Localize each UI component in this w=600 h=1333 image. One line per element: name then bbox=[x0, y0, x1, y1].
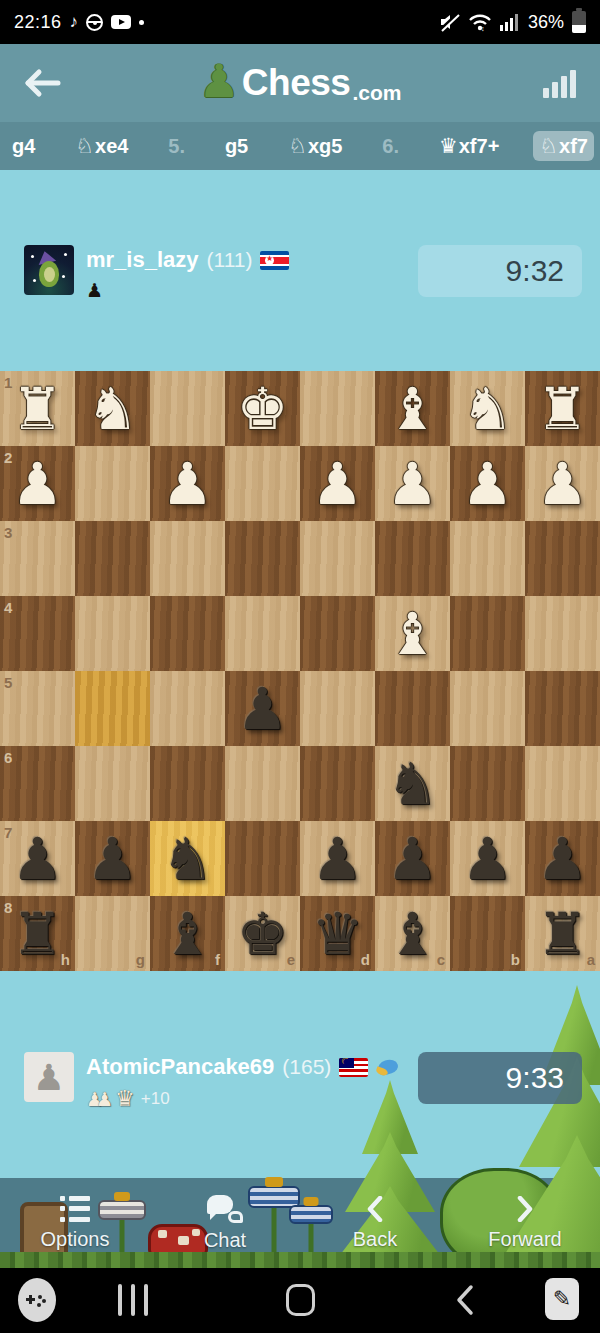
file-label: h bbox=[61, 952, 70, 967]
malaysia-flag-icon bbox=[339, 1058, 368, 1077]
back-label: Back bbox=[353, 1228, 397, 1251]
youtube-icon bbox=[111, 15, 131, 29]
material-advantage: +10 bbox=[141, 1089, 170, 1109]
file-label: a bbox=[587, 952, 595, 967]
square-g1[interactable]: ♞ bbox=[75, 371, 150, 446]
square-b1[interactable]: ♞ bbox=[450, 371, 525, 446]
chat-label: Chat bbox=[204, 1229, 246, 1252]
wifi-icon: ↕ bbox=[468, 12, 492, 32]
square-b2[interactable]: ♟ bbox=[450, 446, 525, 521]
square-e7[interactable] bbox=[225, 821, 300, 896]
white-bishop-c1: ♝ bbox=[375, 371, 450, 446]
signal-icon bbox=[500, 12, 520, 32]
player-top-rating: (111) bbox=[207, 248, 253, 272]
square-e8[interactable]: e♚ bbox=[225, 896, 300, 971]
battery-percent: 36% bbox=[528, 12, 564, 33]
player-bottom-name[interactable]: AtomicPancake69 bbox=[86, 1054, 274, 1080]
square-h2[interactable]: 2♟ bbox=[0, 446, 75, 521]
options-label: Options bbox=[41, 1228, 110, 1251]
square-b3[interactable] bbox=[450, 521, 525, 596]
file-label: f bbox=[215, 952, 220, 967]
square-h8[interactable]: 8h♜ bbox=[0, 896, 75, 971]
square-c3[interactable] bbox=[375, 521, 450, 596]
square-g6[interactable] bbox=[75, 746, 150, 821]
player-top-clock: 9:32 bbox=[418, 245, 582, 297]
black-pawn-b7: ♟ bbox=[450, 821, 525, 896]
game-action-bar: Options Chat Back Forward bbox=[0, 1178, 600, 1268]
square-c1[interactable]: ♝ bbox=[375, 371, 450, 446]
square-e1[interactable]: ♚ bbox=[225, 371, 300, 446]
square-f4[interactable] bbox=[150, 596, 225, 671]
options-button[interactable]: Options bbox=[0, 1196, 150, 1251]
square-h4[interactable]: 4 bbox=[0, 596, 75, 671]
square-d6[interactable] bbox=[300, 746, 375, 821]
pokeball-icon bbox=[86, 14, 103, 31]
tiktok-icon: ♪ bbox=[70, 12, 79, 32]
square-g8[interactable]: g bbox=[75, 896, 150, 971]
forward-label: Forward bbox=[488, 1228, 561, 1251]
file-label: b bbox=[511, 952, 520, 967]
square-c6[interactable]: ♞ bbox=[375, 746, 450, 821]
move-back-button[interactable]: Back bbox=[300, 1196, 450, 1251]
player-top-captured: ♟ bbox=[86, 281, 103, 300]
black-knight-f7: ♞ bbox=[150, 821, 225, 896]
status-bar: 22:16 ♪ ↕ 36% bbox=[0, 0, 600, 44]
square-c2[interactable]: ♟ bbox=[375, 446, 450, 521]
game-booster-icon[interactable] bbox=[18, 1278, 56, 1322]
white-pawn-c2: ♟ bbox=[375, 446, 450, 521]
square-f7[interactable]: ♞ bbox=[150, 821, 225, 896]
black-bishop-f8: ♝ bbox=[150, 896, 225, 971]
white-pawn-f2: ♟ bbox=[150, 446, 225, 521]
rank-label: 2 bbox=[4, 450, 12, 465]
white-king-e1: ♚ bbox=[225, 371, 300, 446]
move-forward-button[interactable]: Forward bbox=[450, 1196, 600, 1251]
move-number: 6. bbox=[376, 132, 405, 161]
white-pawn-b2: ♟ bbox=[450, 446, 525, 521]
square-c7[interactable]: ♟ bbox=[375, 821, 450, 896]
square-g4[interactable] bbox=[75, 596, 150, 671]
move-item[interactable]: ♛xf7+ bbox=[433, 131, 505, 161]
logo-suffix: .com bbox=[352, 81, 401, 105]
square-h7[interactable]: 7♟ bbox=[0, 821, 75, 896]
square-h6[interactable]: 6 bbox=[0, 746, 75, 821]
white-rook-a1: ♜ bbox=[525, 371, 600, 446]
player-top-row: mr_is_lazy (111) ♟ 9:32 bbox=[0, 245, 600, 315]
app-header: ♟ Chess .com bbox=[0, 44, 600, 122]
square-e5[interactable]: ♟ bbox=[225, 671, 300, 746]
move-number: 5. bbox=[162, 132, 191, 161]
square-h3[interactable]: 3 bbox=[0, 521, 75, 596]
avatar-mr-is-lazy[interactable] bbox=[24, 245, 74, 295]
rank-label: 8 bbox=[4, 900, 12, 915]
spen-shortcut-icon[interactable]: ✎ bbox=[545, 1278, 579, 1320]
move-item[interactable]: g4 bbox=[6, 132, 41, 161]
north-korea-flag-icon bbox=[260, 251, 289, 270]
rank-label: 7 bbox=[4, 825, 12, 840]
black-pawn-e5: ♟ bbox=[225, 671, 300, 746]
black-pawn-a7: ♟ bbox=[525, 821, 600, 896]
captured-piece: ♟ bbox=[86, 281, 103, 300]
options-list-icon bbox=[60, 1196, 90, 1222]
square-e3[interactable] bbox=[225, 521, 300, 596]
connection-bars-icon[interactable] bbox=[543, 70, 576, 98]
square-a4[interactable] bbox=[525, 596, 600, 671]
square-f2[interactable]: ♟ bbox=[150, 446, 225, 521]
player-bottom-rating: (165) bbox=[282, 1055, 331, 1079]
player-bottom-row: ♟ AtomicPancake69 (165) ♟♟♛+10 9:33 bbox=[0, 1052, 600, 1122]
mute-icon bbox=[438, 12, 460, 32]
black-knight-c6: ♞ bbox=[375, 746, 450, 821]
svg-text:↕: ↕ bbox=[481, 25, 485, 32]
captured-piece: ♟ bbox=[96, 1090, 113, 1109]
square-b7[interactable]: ♟ bbox=[450, 821, 525, 896]
recents-icon[interactable] bbox=[118, 1284, 148, 1316]
square-c4[interactable]: ♝ bbox=[375, 596, 450, 671]
player-bottom-clock: 9:33 bbox=[418, 1052, 582, 1104]
square-a8[interactable]: a♜ bbox=[525, 896, 600, 971]
move-item[interactable]: ♘xe4 bbox=[69, 131, 134, 161]
notification-dot-icon bbox=[139, 20, 144, 25]
white-knight-g1: ♞ bbox=[75, 371, 150, 446]
white-bishop-c4: ♝ bbox=[375, 596, 450, 671]
phone-screen: 22:16 ♪ ↕ 36% bbox=[0, 0, 600, 1333]
square-d3[interactable] bbox=[300, 521, 375, 596]
square-g2[interactable] bbox=[75, 446, 150, 521]
chevron-right-icon bbox=[517, 1196, 533, 1222]
square-b8[interactable]: b bbox=[450, 896, 525, 971]
black-pawn-d7: ♟ bbox=[300, 821, 375, 896]
battery-icon bbox=[572, 11, 586, 33]
file-label: e bbox=[287, 952, 295, 967]
square-b6[interactable] bbox=[450, 746, 525, 821]
square-f1[interactable] bbox=[150, 371, 225, 446]
move-item[interactable]: ♘xg5 bbox=[282, 131, 348, 161]
square-a2[interactable]: ♟ bbox=[525, 446, 600, 521]
square-d7[interactable]: ♟ bbox=[300, 821, 375, 896]
square-f6[interactable] bbox=[150, 746, 225, 821]
black-pawn-g7: ♟ bbox=[75, 821, 150, 896]
white-pawn-d2: ♟ bbox=[300, 446, 375, 521]
player-top-name[interactable]: mr_is_lazy bbox=[86, 247, 199, 273]
clock-time: 22:16 bbox=[14, 12, 62, 33]
white-knight-b1: ♞ bbox=[450, 371, 525, 446]
logo-text: Chess bbox=[242, 62, 351, 104]
rank-label: 3 bbox=[4, 525, 12, 540]
square-a3[interactable] bbox=[525, 521, 600, 596]
square-h5[interactable]: 5 bbox=[0, 671, 75, 746]
black-pawn-c7: ♟ bbox=[375, 821, 450, 896]
captured-piece: ♛ bbox=[115, 1088, 135, 1110]
square-g7[interactable]: ♟ bbox=[75, 821, 150, 896]
file-label: g bbox=[136, 952, 145, 967]
square-h1[interactable]: 1♜ bbox=[0, 371, 75, 446]
file-label: d bbox=[361, 952, 370, 967]
android-back-icon[interactable] bbox=[455, 1284, 475, 1316]
square-d5[interactable] bbox=[300, 671, 375, 746]
rank-label: 6 bbox=[4, 750, 12, 765]
square-f5[interactable] bbox=[150, 671, 225, 746]
square-b4[interactable] bbox=[450, 596, 525, 671]
chat-bubble-icon bbox=[207, 1195, 243, 1223]
move-item[interactable]: ♘xf7 bbox=[533, 131, 594, 161]
blue-bird-emoji bbox=[376, 1056, 402, 1078]
chevron-left-icon bbox=[367, 1196, 383, 1222]
square-d1[interactable] bbox=[300, 371, 375, 446]
square-f8[interactable]: f♝ bbox=[150, 896, 225, 971]
square-a6[interactable] bbox=[525, 746, 600, 821]
square-e2[interactable] bbox=[225, 446, 300, 521]
square-b5[interactable] bbox=[450, 671, 525, 746]
rank-label: 5 bbox=[4, 675, 12, 690]
chesscom-pawn-icon: ♟ bbox=[199, 58, 240, 104]
square-d2[interactable]: ♟ bbox=[300, 446, 375, 521]
chat-button[interactable]: Chat bbox=[150, 1195, 300, 1252]
move-list: g4♘xe45.g5♘xg56.♛xf7+♘xf7 bbox=[0, 122, 600, 170]
square-f3[interactable] bbox=[150, 521, 225, 596]
square-d4[interactable] bbox=[300, 596, 375, 671]
square-a1[interactable]: ♜ bbox=[525, 371, 600, 446]
rank-label: 1 bbox=[4, 375, 12, 390]
avatar-atomicpancake69[interactable]: ♟ bbox=[24, 1052, 74, 1102]
square-c5[interactable] bbox=[375, 671, 450, 746]
file-label: c bbox=[437, 952, 445, 967]
white-pawn-a2: ♟ bbox=[525, 446, 600, 521]
square-a7[interactable]: ♟ bbox=[525, 821, 600, 896]
player-bottom-captured: ♟♟♛+10 bbox=[86, 1088, 170, 1110]
square-g3[interactable] bbox=[75, 521, 150, 596]
square-d8[interactable]: d♛ bbox=[300, 896, 375, 971]
rank-label: 4 bbox=[4, 600, 12, 615]
move-item[interactable]: g5 bbox=[219, 132, 254, 161]
square-a5[interactable] bbox=[525, 671, 600, 746]
square-c8[interactable]: c♝ bbox=[375, 896, 450, 971]
square-e4[interactable] bbox=[225, 596, 300, 671]
chess-board: 1♜♞♚♝♞♜2♟♟♟♟♟♟34♝5♟6♞7♟♟♞♟♟♟♟8h♜gf♝e♚d♛c… bbox=[0, 371, 600, 971]
android-nav-bar: ✎ bbox=[0, 1268, 600, 1333]
home-icon[interactable] bbox=[286, 1284, 315, 1316]
square-g5[interactable] bbox=[75, 671, 150, 746]
chesscom-logo: ♟ Chess .com bbox=[0, 44, 600, 122]
square-e6[interactable] bbox=[225, 746, 300, 821]
